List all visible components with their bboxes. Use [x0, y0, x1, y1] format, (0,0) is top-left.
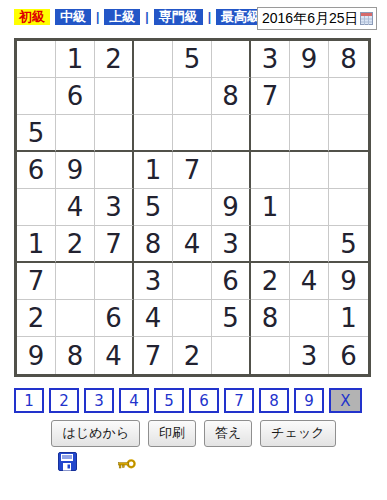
cell-r8c8[interactable]	[290, 300, 329, 337]
tab-intermediate[interactable]: 中級	[55, 9, 91, 25]
numpad-3-button[interactable]: 3	[84, 388, 114, 413]
cell-r7c5[interactable]	[173, 263, 212, 300]
tab-separator: |	[96, 10, 99, 24]
cell-r1c3[interactable]: 2	[95, 41, 134, 78]
cell-r2c3[interactable]	[95, 78, 134, 115]
cell-r3c1[interactable]: 5	[17, 115, 56, 152]
cell-r3c9[interactable]	[329, 115, 368, 152]
cell-r9c8[interactable]: 3	[290, 337, 329, 374]
cell-r6c5[interactable]: 4	[173, 226, 212, 263]
difficulty-tab-bar: 初級中級|上級|専門級|最高級	[14, 9, 265, 25]
tab-separator: |	[208, 10, 211, 24]
cell-r1c5[interactable]: 5	[173, 41, 212, 78]
cell-r1c6[interactable]	[212, 41, 251, 78]
action-button-row: はじめから 印刷 答え チェック	[0, 420, 387, 447]
cell-r6c3[interactable]: 7	[95, 226, 134, 263]
cell-r4c8[interactable]	[290, 152, 329, 189]
cell-r9c5[interactable]: 2	[173, 337, 212, 374]
cell-r5c5[interactable]	[173, 189, 212, 226]
numpad-1-button[interactable]: 1	[14, 388, 44, 413]
date-picker[interactable]: 2016年6月25日	[257, 7, 377, 30]
cell-r4c2[interactable]: 9	[56, 152, 95, 189]
answer-button[interactable]: 答え	[204, 420, 252, 447]
cell-r4c9[interactable]	[329, 152, 368, 189]
cell-r6c6[interactable]: 3	[212, 226, 251, 263]
sudoku-board: 1253986875691743591127843573624926458198…	[14, 38, 371, 377]
date-value: 2016年6月25日	[262, 10, 359, 28]
tab-expert[interactable]: 専門級	[154, 9, 203, 25]
cell-r6c2[interactable]: 2	[56, 226, 95, 263]
floppy-disk-icon[interactable]	[58, 452, 77, 471]
cell-r4c5[interactable]: 7	[173, 152, 212, 189]
cell-r5c8[interactable]	[290, 189, 329, 226]
numpad-8-button[interactable]: 8	[259, 388, 289, 413]
cell-r6c9[interactable]: 5	[329, 226, 368, 263]
print-button[interactable]: 印刷	[148, 420, 196, 447]
numpad-4-button[interactable]: 4	[119, 388, 149, 413]
cell-r1c1[interactable]	[17, 41, 56, 78]
cell-r4c6[interactable]	[212, 152, 251, 189]
cell-r2c6[interactable]: 8	[212, 78, 251, 115]
cell-r3c5[interactable]	[173, 115, 212, 152]
cell-r7c9[interactable]: 9	[329, 263, 368, 300]
number-pad: 123456789X	[14, 388, 362, 413]
cell-r4c1[interactable]: 6	[17, 152, 56, 189]
cell-r5c3[interactable]: 3	[95, 189, 134, 226]
cell-r2c8[interactable]	[290, 78, 329, 115]
cell-r8c4[interactable]: 4	[134, 300, 173, 337]
cell-r8c7[interactable]: 8	[251, 300, 290, 337]
cell-r3c7[interactable]	[251, 115, 290, 152]
tab-beginner[interactable]: 初級	[14, 9, 50, 25]
cell-r4c3[interactable]	[95, 152, 134, 189]
cell-r5c4[interactable]: 5	[134, 189, 173, 226]
footer-icon-row	[58, 452, 136, 471]
cell-r9c9[interactable]: 6	[329, 337, 368, 374]
cell-r2c1[interactable]	[17, 78, 56, 115]
cell-r1c8[interactable]: 9	[290, 41, 329, 78]
cell-r1c9[interactable]: 8	[329, 41, 368, 78]
cell-r7c7[interactable]: 2	[251, 263, 290, 300]
cell-r8c1[interactable]: 2	[17, 300, 56, 337]
cell-r3c4[interactable]	[134, 115, 173, 152]
cell-r7c3[interactable]	[95, 263, 134, 300]
numpad-6-button[interactable]: 6	[189, 388, 219, 413]
cell-r7c6[interactable]: 6	[212, 263, 251, 300]
cell-r8c6[interactable]: 5	[212, 300, 251, 337]
cell-r5c9[interactable]	[329, 189, 368, 226]
cell-r4c4[interactable]: 1	[134, 152, 173, 189]
cell-r2c4[interactable]	[134, 78, 173, 115]
cell-r7c4[interactable]: 3	[134, 263, 173, 300]
cell-r3c8[interactable]	[290, 115, 329, 152]
cell-r9c6[interactable]	[212, 337, 251, 374]
cell-r7c8[interactable]: 4	[290, 263, 329, 300]
numpad-2-button[interactable]: 2	[49, 388, 79, 413]
restart-button[interactable]: はじめから	[51, 420, 140, 447]
key-icon[interactable]	[118, 458, 136, 470]
cell-r1c7[interactable]: 3	[251, 41, 290, 78]
cell-r9c1[interactable]: 9	[17, 337, 56, 374]
cell-r2c5[interactable]	[173, 78, 212, 115]
calendar-icon[interactable]	[360, 12, 373, 25]
cell-r2c9[interactable]	[329, 78, 368, 115]
cell-r6c4[interactable]: 8	[134, 226, 173, 263]
cell-r8c3[interactable]: 6	[95, 300, 134, 337]
cell-r8c5[interactable]	[173, 300, 212, 337]
cell-r7c1[interactable]: 7	[17, 263, 56, 300]
cell-r1c4[interactable]	[134, 41, 173, 78]
cell-r5c1[interactable]	[17, 189, 56, 226]
cell-r6c7[interactable]	[251, 226, 290, 263]
cell-r9c7[interactable]	[251, 337, 290, 374]
tab-separator: |	[145, 10, 148, 24]
check-button[interactable]: チェック	[260, 420, 335, 447]
cell-r5c7[interactable]: 1	[251, 189, 290, 226]
cell-r5c2[interactable]: 4	[56, 189, 95, 226]
cell-r4c7[interactable]	[251, 152, 290, 189]
numpad-7-button[interactable]: 7	[224, 388, 254, 413]
cell-r2c2[interactable]: 6	[56, 78, 95, 115]
cell-r3c2[interactable]	[56, 115, 95, 152]
cell-r9c4[interactable]: 7	[134, 337, 173, 374]
cell-r3c3[interactable]	[95, 115, 134, 152]
tab-advanced[interactable]: 上級	[104, 9, 140, 25]
cell-r9c2[interactable]: 8	[56, 337, 95, 374]
cell-r1c2[interactable]: 1	[56, 41, 95, 78]
cell-r6c8[interactable]	[290, 226, 329, 263]
cell-r6c1[interactable]: 1	[17, 226, 56, 263]
cell-r8c9[interactable]: 1	[329, 300, 368, 337]
cell-r3c6[interactable]	[212, 115, 251, 152]
cell-r5c6[interactable]: 9	[212, 189, 251, 226]
cell-r9c3[interactable]: 4	[95, 337, 134, 374]
numpad-erase-button[interactable]: X	[329, 388, 362, 413]
cell-r2c7[interactable]: 7	[251, 78, 290, 115]
cell-r8c2[interactable]	[56, 300, 95, 337]
cell-r7c2[interactable]	[56, 263, 95, 300]
numpad-5-button[interactable]: 5	[154, 388, 184, 413]
numpad-9-button[interactable]: 9	[294, 388, 324, 413]
